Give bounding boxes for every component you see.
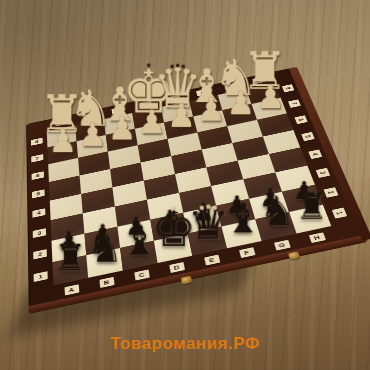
square-b5 (80, 169, 113, 194)
file-label-a: A (64, 284, 79, 295)
rank-label-left-6: 6 (32, 171, 44, 180)
file-label-b: B (99, 277, 114, 288)
product-photo-scene: ♜♞♝♚♛♝♞♜♟♟♟♟♟♟♟♟♟♟♟♟♟♟♟♟♜♞♝♚♛♝♞♜ ABCDEFG… (0, 0, 370, 370)
rank-label-left-4: 4 (32, 208, 45, 217)
piece-white-pawn: ♟ (240, 81, 301, 113)
rank-label-right-3: 3 (316, 168, 330, 178)
file-label-h: H (308, 232, 325, 243)
file-label-e: E (204, 255, 220, 266)
rank-label-right-5: 5 (301, 132, 315, 141)
file-label-c: C (134, 270, 149, 281)
piece-black-rook: ♜ (277, 188, 348, 224)
file-label-g: G (273, 240, 290, 251)
rank-label-right-4: 4 (308, 149, 322, 159)
file-label-d: D (169, 262, 185, 273)
watermark-text: Товаромания.РФ (0, 334, 370, 354)
square-h6 (257, 114, 293, 137)
rank-label-left-5: 5 (32, 189, 45, 198)
file-label-f: F (239, 247, 255, 258)
square-h1: ♜ (289, 205, 331, 234)
rank-label-right-6: 6 (294, 115, 307, 124)
